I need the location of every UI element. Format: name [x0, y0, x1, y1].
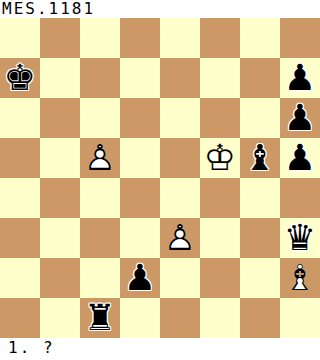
square-g3[interactable] — [240, 218, 280, 258]
square-g5[interactable]: ♝ — [240, 138, 280, 178]
square-b6[interactable] — [40, 98, 80, 138]
square-a3[interactable] — [0, 218, 40, 258]
square-b8[interactable] — [40, 18, 80, 58]
square-f2[interactable] — [200, 258, 240, 298]
square-g6[interactable] — [240, 98, 280, 138]
square-a4[interactable] — [0, 178, 40, 218]
square-d1[interactable] — [120, 298, 160, 338]
square-a2[interactable] — [0, 258, 40, 298]
square-f6[interactable] — [200, 98, 240, 138]
square-c1[interactable]: ♜ — [80, 298, 120, 338]
square-c4[interactable] — [80, 178, 120, 218]
piece-black-queen-h3[interactable]: ♛ — [280, 218, 320, 258]
piece-black-pawn-d2[interactable]: ♟ — [120, 258, 160, 298]
piece-white-king-f5[interactable]: ♔ — [200, 138, 240, 178]
square-e8[interactable] — [160, 18, 200, 58]
square-f4[interactable] — [200, 178, 240, 218]
square-d4[interactable] — [120, 178, 160, 218]
square-c7[interactable] — [80, 58, 120, 98]
square-f3[interactable] — [200, 218, 240, 258]
square-d2[interactable]: ♟ — [120, 258, 160, 298]
square-b3[interactable] — [40, 218, 80, 258]
square-f1[interactable] — [200, 298, 240, 338]
square-c2[interactable] — [80, 258, 120, 298]
square-b5[interactable] — [40, 138, 80, 178]
square-a5[interactable] — [0, 138, 40, 178]
square-g2[interactable] — [240, 258, 280, 298]
square-b4[interactable] — [40, 178, 80, 218]
square-c8[interactable] — [80, 18, 120, 58]
square-h6[interactable]: ♟ — [280, 98, 320, 138]
square-b2[interactable] — [40, 258, 80, 298]
square-a6[interactable] — [0, 98, 40, 138]
piece-white-pawn-e3[interactable]: ♙ — [160, 218, 200, 258]
square-g1[interactable] — [240, 298, 280, 338]
square-h2[interactable]: ♝♗ — [280, 258, 320, 298]
piece-white-bishop-h2[interactable]: ♗ — [280, 258, 320, 298]
square-f5[interactable]: ♚♔ — [200, 138, 240, 178]
square-h1[interactable] — [280, 298, 320, 338]
chess-board: ♚♟♟♟♙♚♔♝♟♟♙♛♟♝♗♜ — [0, 18, 320, 338]
square-d5[interactable] — [120, 138, 160, 178]
square-g4[interactable] — [240, 178, 280, 218]
square-e5[interactable] — [160, 138, 200, 178]
square-g7[interactable] — [240, 58, 280, 98]
square-e4[interactable] — [160, 178, 200, 218]
square-f8[interactable] — [200, 18, 240, 58]
square-e2[interactable] — [160, 258, 200, 298]
square-h3[interactable]: ♛ — [280, 218, 320, 258]
piece-black-bishop-g5[interactable]: ♝ — [240, 138, 280, 178]
square-c5[interactable]: ♟♙ — [80, 138, 120, 178]
square-e1[interactable] — [160, 298, 200, 338]
square-b7[interactable] — [40, 58, 80, 98]
piece-white-pawn-c5[interactable]: ♙ — [80, 138, 120, 178]
square-a8[interactable] — [0, 18, 40, 58]
piece-black-rook-c1[interactable]: ♜ — [80, 298, 120, 338]
move-prompt: 1. ? — [0, 338, 320, 360]
puzzle-id: MES.1181 — [0, 0, 320, 18]
square-c3[interactable] — [80, 218, 120, 258]
square-d7[interactable] — [120, 58, 160, 98]
square-f7[interactable] — [200, 58, 240, 98]
square-e3[interactable]: ♟♙ — [160, 218, 200, 258]
piece-black-pawn-h7[interactable]: ♟ — [280, 58, 320, 98]
square-h7[interactable]: ♟ — [280, 58, 320, 98]
square-h4[interactable] — [280, 178, 320, 218]
piece-black-pawn-h5[interactable]: ♟ — [280, 138, 320, 178]
square-h8[interactable] — [280, 18, 320, 58]
square-a1[interactable] — [0, 298, 40, 338]
square-d8[interactable] — [120, 18, 160, 58]
square-e7[interactable] — [160, 58, 200, 98]
square-b1[interactable] — [40, 298, 80, 338]
square-h5[interactable]: ♟ — [280, 138, 320, 178]
piece-black-king-a7[interactable]: ♚ — [0, 58, 40, 98]
piece-black-pawn-h6[interactable]: ♟ — [280, 98, 320, 138]
square-d3[interactable] — [120, 218, 160, 258]
square-a7[interactable]: ♚ — [0, 58, 40, 98]
square-c6[interactable] — [80, 98, 120, 138]
square-e6[interactable] — [160, 98, 200, 138]
square-d6[interactable] — [120, 98, 160, 138]
square-g8[interactable] — [240, 18, 280, 58]
